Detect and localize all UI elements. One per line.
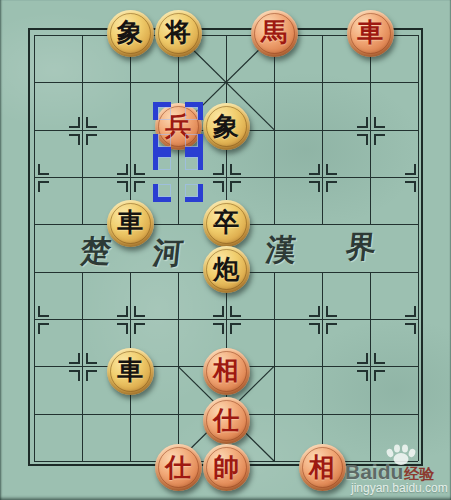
grid-line xyxy=(274,272,275,462)
selection-corner xyxy=(185,184,203,202)
piece-character: 仕 xyxy=(213,407,239,433)
point-marker xyxy=(86,353,97,364)
point-marker xyxy=(405,306,416,317)
point-marker xyxy=(357,353,368,364)
xiangqi-board[interactable]: 楚 河 漢 界 象将馬車兵象車卒炮車相仕仕帥相 xyxy=(0,0,451,500)
piece-character: 炮 xyxy=(213,256,239,282)
piece-character: 車 xyxy=(117,357,143,383)
river-char-jie: 界 xyxy=(344,227,378,268)
point-marker xyxy=(38,181,49,192)
piece-red-horse[interactable]: 馬 xyxy=(251,10,298,57)
point-marker xyxy=(134,323,145,334)
piece-black-cannon[interactable]: 炮 xyxy=(203,246,250,293)
piece-red-soldier[interactable]: 兵 xyxy=(155,103,202,150)
point-marker xyxy=(213,181,224,192)
point-marker xyxy=(69,117,80,128)
baidu-url-text: jingyan.baidu.com xyxy=(351,481,448,495)
piece-character: 車 xyxy=(357,19,383,45)
point-marker xyxy=(374,353,385,364)
point-marker xyxy=(117,323,128,334)
piece-black-chariot[interactable]: 車 xyxy=(107,200,154,247)
selection-corner xyxy=(153,184,171,202)
piece-character: 相 xyxy=(309,454,335,480)
grid-line xyxy=(370,272,371,462)
piece-black-elephant[interactable]: 象 xyxy=(107,10,154,57)
grid-line xyxy=(82,272,83,462)
piece-character: 相 xyxy=(213,357,239,383)
point-marker xyxy=(230,164,241,175)
point-marker xyxy=(86,370,97,381)
point-marker xyxy=(405,181,416,192)
point-marker xyxy=(230,181,241,192)
grid-line xyxy=(418,35,419,461)
river-char-he: 河 xyxy=(151,233,185,274)
piece-character: 象 xyxy=(213,113,239,139)
grid-line xyxy=(82,35,83,224)
point-marker xyxy=(309,164,320,175)
point-marker xyxy=(117,164,128,175)
selection-corner xyxy=(153,152,171,170)
piece-black-elephant[interactable]: 象 xyxy=(203,103,250,150)
piece-red-elephant[interactable]: 相 xyxy=(203,348,250,395)
grid-line xyxy=(34,35,35,461)
point-marker xyxy=(69,370,80,381)
point-marker xyxy=(213,306,224,317)
point-marker xyxy=(117,306,128,317)
point-marker xyxy=(117,181,128,192)
point-marker xyxy=(134,306,145,317)
point-marker xyxy=(38,306,49,317)
river-char-han: 漢 xyxy=(264,230,298,271)
point-marker xyxy=(38,323,49,334)
point-marker xyxy=(230,323,241,334)
river-char-chu: 楚 xyxy=(79,231,113,272)
point-marker xyxy=(309,306,320,317)
point-marker xyxy=(134,164,145,175)
grid-line xyxy=(370,35,371,224)
piece-character: 車 xyxy=(117,209,143,235)
point-marker xyxy=(86,134,97,145)
baidu-watermark: Baidu经验 jingyan.baidu.com xyxy=(343,443,451,497)
xiangqi-game-screen: 楚 河 漢 界 象将馬車兵象車卒炮車相仕仕帥相 Baidu经验 jingyan.… xyxy=(0,0,451,500)
point-marker xyxy=(326,181,337,192)
point-marker xyxy=(326,306,337,317)
grid-line xyxy=(322,35,323,224)
point-marker xyxy=(86,117,97,128)
piece-red-advisor[interactable]: 仕 xyxy=(203,397,250,444)
piece-red-general[interactable]: 帥 xyxy=(203,444,250,491)
point-marker xyxy=(357,370,368,381)
point-marker xyxy=(213,164,224,175)
piece-character: 卒 xyxy=(213,209,239,235)
point-marker xyxy=(405,164,416,175)
grid-line xyxy=(178,272,179,462)
point-marker xyxy=(69,134,80,145)
point-marker xyxy=(213,323,224,334)
point-marker xyxy=(374,370,385,381)
piece-black-general[interactable]: 将 xyxy=(155,10,202,57)
piece-character: 兵 xyxy=(165,113,191,139)
baidu-jingyan-text: 经验 xyxy=(404,465,434,482)
point-marker xyxy=(309,181,320,192)
point-marker xyxy=(134,181,145,192)
point-marker xyxy=(357,117,368,128)
point-marker xyxy=(69,353,80,364)
grid-line xyxy=(322,272,323,462)
piece-character: 帥 xyxy=(213,454,239,480)
piece-character: 馬 xyxy=(261,19,287,45)
point-marker xyxy=(374,117,385,128)
piece-red-elephant[interactable]: 相 xyxy=(299,444,346,491)
piece-character: 象 xyxy=(117,19,143,45)
piece-character: 仕 xyxy=(165,454,191,480)
point-marker xyxy=(326,164,337,175)
piece-character: 将 xyxy=(165,19,191,45)
grid-line xyxy=(274,35,275,224)
piece-red-chariot[interactable]: 車 xyxy=(347,10,394,57)
grid-line xyxy=(130,35,131,224)
selection-corner xyxy=(185,152,203,170)
point-marker xyxy=(309,323,320,334)
baidu-brand-text: Baidu xyxy=(345,460,403,483)
point-marker xyxy=(230,306,241,317)
point-marker xyxy=(38,164,49,175)
piece-black-soldier[interactable]: 卒 xyxy=(203,200,250,247)
piece-black-chariot[interactable]: 車 xyxy=(107,348,154,395)
piece-red-advisor[interactable]: 仕 xyxy=(155,444,202,491)
point-marker xyxy=(326,323,337,334)
point-marker xyxy=(357,134,368,145)
point-marker xyxy=(374,134,385,145)
point-marker xyxy=(405,323,416,334)
